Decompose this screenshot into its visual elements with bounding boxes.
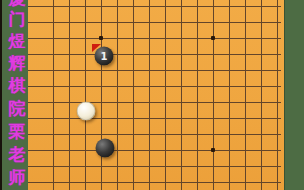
go-board[interactable]: 1 bbox=[28, 0, 284, 190]
black-stone[interactable]: 1 bbox=[95, 47, 114, 66]
banner-character: 门 bbox=[5, 8, 29, 30]
black-stone[interactable] bbox=[96, 139, 115, 158]
banner-character: 院 bbox=[5, 97, 29, 119]
grid-vertical-lines bbox=[53, 0, 279, 190]
left-banner: 厦门煜辉棋院栗老师 bbox=[0, 0, 28, 190]
banner-character: 老 bbox=[5, 143, 29, 165]
white-stone[interactable] bbox=[77, 102, 96, 121]
move-number-label: 1 bbox=[101, 51, 108, 61]
banner-character: 师 bbox=[5, 166, 29, 188]
banner-character: 辉 bbox=[5, 52, 29, 74]
banner-character: 栗 bbox=[5, 120, 29, 142]
star-point bbox=[211, 148, 215, 152]
star-point bbox=[99, 36, 103, 40]
star-point bbox=[211, 36, 215, 40]
right-banner bbox=[284, 0, 304, 190]
banner-character: 棋 bbox=[5, 74, 29, 96]
banner-character: 煜 bbox=[5, 30, 29, 52]
video-frame: 1 厦门煜辉棋院栗老师 bbox=[0, 0, 304, 190]
